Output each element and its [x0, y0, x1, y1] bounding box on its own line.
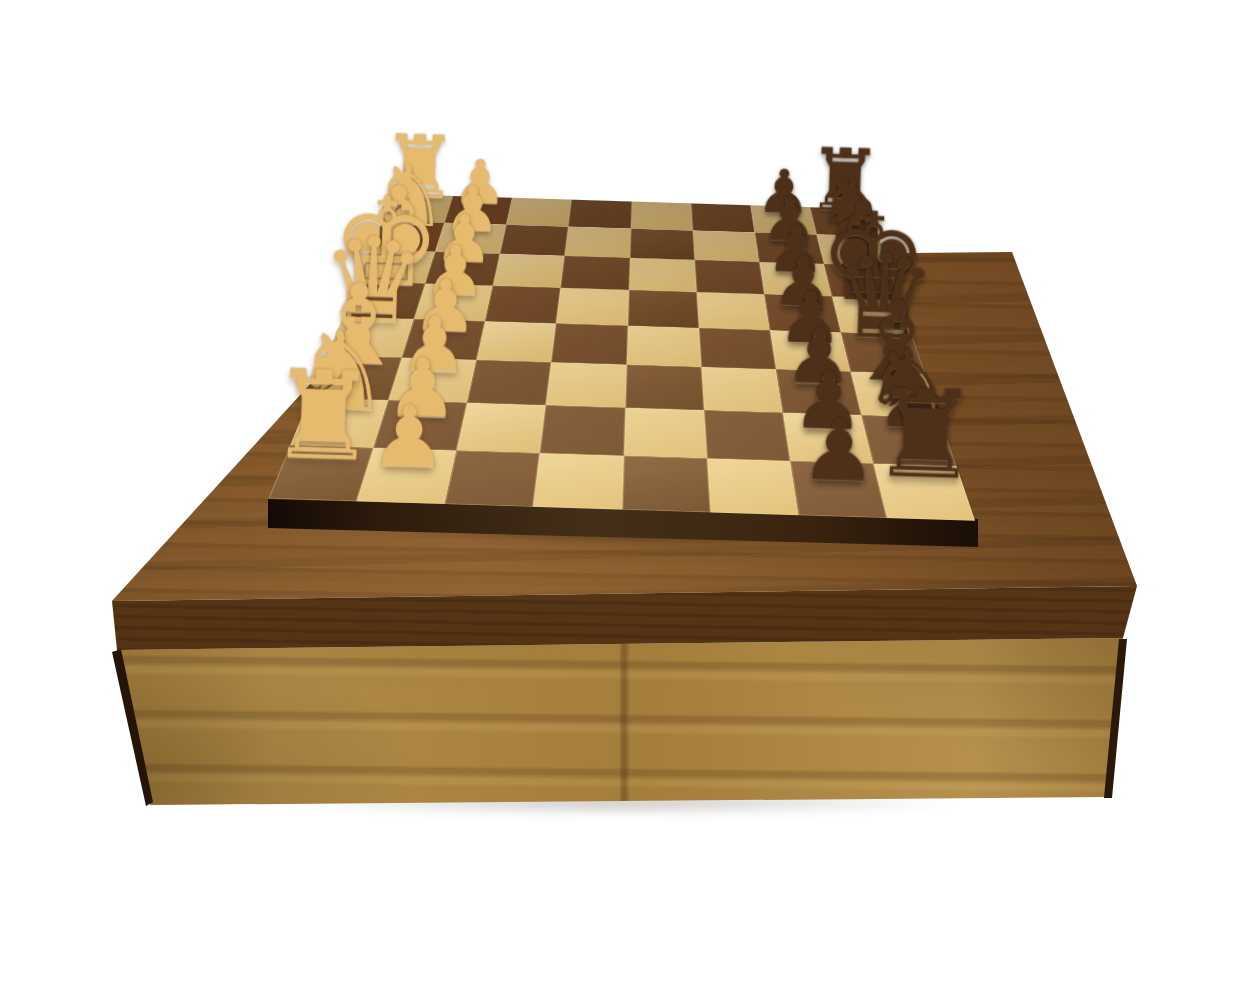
square-h6 [690, 203, 754, 232]
square-b5 [623, 407, 706, 458]
square-h4 [568, 199, 631, 228]
black-rook: ♜ [869, 372, 981, 497]
chess-board: ♜♟♟♜♞♟♟♞♝♟♟♝♚♟♟♚♛♟♟♛♝♟♟♝♞♟♟♞♜♟♟♜ [268, 194, 975, 521]
square-b3 [456, 402, 545, 452]
square-e4 [556, 288, 628, 325]
square-a1: ♜ [268, 445, 373, 501]
square-g6 [692, 230, 759, 262]
square-d5 [626, 325, 701, 366]
square-d3 [476, 321, 556, 362]
square-d4 [551, 323, 627, 364]
square-a5 [621, 455, 709, 512]
square-g4 [564, 226, 630, 257]
square-h5 [630, 201, 692, 230]
square-b4 [540, 405, 625, 456]
square-f3 [493, 253, 565, 287]
square-e5 [627, 290, 698, 328]
white-rook: ♜ [266, 353, 378, 478]
square-a3 [445, 450, 540, 506]
square-f6 [694, 260, 764, 294]
square-d6 [698, 327, 775, 368]
square-a6 [706, 458, 798, 515]
square-c3 [467, 359, 551, 404]
square-a4 [533, 453, 623, 510]
square-h3 [506, 197, 571, 226]
square-f4 [560, 255, 629, 289]
square-f5 [628, 258, 696, 292]
square-c4 [546, 362, 626, 408]
square-g5 [629, 228, 694, 259]
square-g3 [500, 224, 568, 255]
square-a8: ♜ [873, 463, 975, 520]
board-3d: ♜♟♟♜♞♟♟♞♝♟♟♝♚♟♟♚♛♟♟♛♝♟♟♝♞♟♟♞♜♟♟♜ [268, 194, 975, 521]
square-c6 [701, 366, 782, 412]
square-a2: ♟ [356, 447, 456, 503]
black-pawn: ♟ [799, 406, 878, 493]
square-c5 [624, 364, 703, 410]
square-e3 [485, 285, 561, 322]
product-photo-scene: Mid-century modernist turned-wood chess … [0, 0, 1250, 1000]
square-e6 [696, 292, 769, 330]
white-pawn: ♟ [369, 393, 448, 480]
square-b6 [703, 410, 789, 461]
